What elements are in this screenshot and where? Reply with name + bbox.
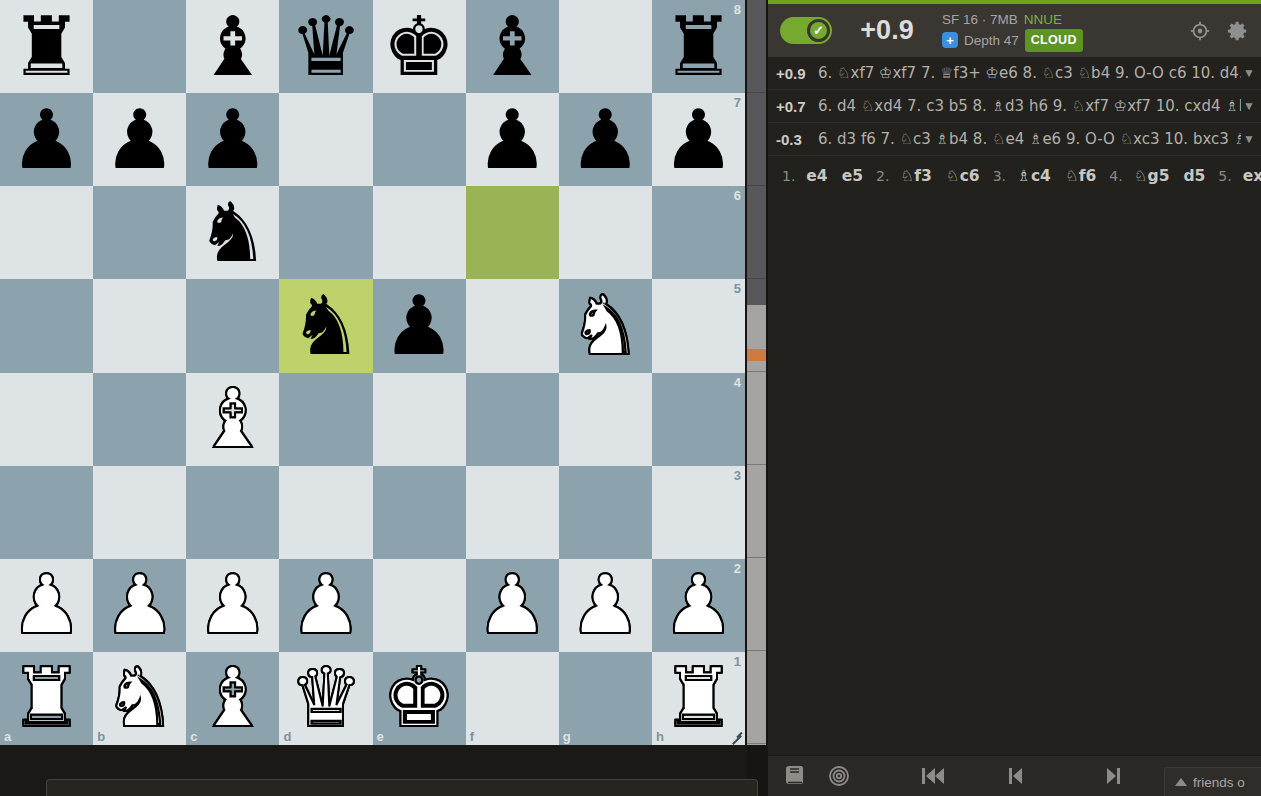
white-bishop[interactable]: ♝ <box>186 652 279 745</box>
white-knight[interactable]: ♞ <box>93 652 186 745</box>
fen-input[interactable] <box>46 779 758 796</box>
file-label-e: e <box>377 730 384 743</box>
pv-eval: +0.7 <box>776 98 810 115</box>
move-token[interactable]: ♘f3 <box>896 164 935 188</box>
square-e5[interactable]: ♟ <box>373 279 466 372</box>
square-e2[interactable] <box>373 559 466 652</box>
file-label-h: h <box>656 730 664 743</box>
pv-expand-icon[interactable]: ▼ <box>1243 66 1255 80</box>
square-g4[interactable] <box>559 373 652 466</box>
rank-label-7: 7 <box>734 96 741 109</box>
rank-label-3: 3 <box>734 469 741 482</box>
square-b5[interactable] <box>93 279 186 372</box>
file-label-d: d <box>283 730 291 743</box>
pv-moves[interactable]: 6. d3 f6 7. ♘c3 ♗b4 8. ♘e4 ♗e6 9. O-O ♘x… <box>818 130 1241 148</box>
pv-expand-icon[interactable]: ▼ <box>1243 132 1255 146</box>
black-knight[interactable]: ♞ <box>279 279 372 372</box>
square-f4[interactable] <box>466 373 559 466</box>
square-b7[interactable]: ♟ <box>93 93 186 186</box>
file-label-f: f <box>470 730 474 743</box>
black-knight[interactable]: ♞ <box>186 186 279 279</box>
square-e4[interactable] <box>373 373 466 466</box>
square-g2[interactable]: ♟ <box>559 559 652 652</box>
plus-icon[interactable]: + <box>942 32 958 48</box>
square-c5[interactable] <box>186 279 279 372</box>
white-bishop[interactable]: ♝ <box>186 373 279 466</box>
black-pawn[interactable]: ♟ <box>93 93 186 186</box>
rank-label-2: 2 <box>734 562 741 575</box>
square-b2[interactable]: ♟ <box>93 559 186 652</box>
square-d4[interactable] <box>279 373 372 466</box>
square-a5[interactable] <box>0 279 93 372</box>
white-pawn[interactable]: ♟ <box>652 559 745 652</box>
square-b8[interactable] <box>93 0 186 93</box>
square-f2[interactable]: ♟ <box>466 559 559 652</box>
pv-line-3[interactable]: -0.3 6. d3 f6 7. ♘c3 ♗b4 8. ♘e4 ♗e6 9. O… <box>768 123 1261 156</box>
board-resize-handle[interactable] <box>731 731 743 743</box>
move-token[interactable]: d5 <box>1179 164 1209 188</box>
rank-label-6: 6 <box>734 189 741 202</box>
square-g1[interactable]: g <box>559 652 652 745</box>
square-c3[interactable] <box>186 466 279 559</box>
move-token[interactable]: e4 <box>802 164 831 188</box>
square-h4[interactable]: 4 <box>652 373 745 466</box>
settings-gear-icon[interactable] <box>1227 20 1249 42</box>
analysis-app: ♜♝♛♚♝♜8♟♟♟♟♟♟7♞6♞♟♞5♝43♟♟♟♟♟♟♟2♜a♞b♝c♛d♚… <box>0 0 1261 796</box>
white-pawn[interactable]: ♟ <box>0 559 93 652</box>
square-d7[interactable] <box>279 93 372 186</box>
square-c1[interactable]: ♝c <box>186 652 279 745</box>
move-number: 1. <box>782 168 795 184</box>
move-token[interactable]: ♘g5 <box>1130 164 1174 188</box>
black-rook[interactable]: ♜ <box>652 0 745 93</box>
file-label-g: g <box>563 730 571 743</box>
square-b1[interactable]: ♞b <box>93 652 186 745</box>
move-token[interactable]: ♗c4 <box>1013 164 1055 188</box>
square-f5[interactable] <box>466 279 559 372</box>
square-h5[interactable]: 5 <box>652 279 745 372</box>
eval-gauge-ticks <box>747 0 766 745</box>
square-e3[interactable] <box>373 466 466 559</box>
file-label-b: b <box>97 730 105 743</box>
square-h2[interactable]: ♟2 <box>652 559 745 652</box>
white-pawn[interactable]: ♟ <box>466 559 559 652</box>
black-pawn[interactable]: ♟ <box>0 93 93 186</box>
square-d6[interactable] <box>279 186 372 279</box>
square-b3[interactable] <box>93 466 186 559</box>
white-pawn[interactable]: ♟ <box>93 559 186 652</box>
move-number: 3. <box>993 168 1006 184</box>
engine-header: ✓ +0.9 SF 16 · 7MBNNUE + Depth 47 CLOUD <box>768 4 1261 57</box>
black-king[interactable]: ♚ <box>373 0 466 93</box>
square-g6[interactable] <box>559 186 652 279</box>
white-pawn[interactable]: ♟ <box>279 559 372 652</box>
eval-gauge <box>747 0 766 745</box>
black-queen[interactable]: ♛ <box>279 0 372 93</box>
square-g3[interactable] <box>559 466 652 559</box>
pv-moves[interactable]: 6. d4 ♘xd4 7. c3 b5 8. ♗d3 h6 9. ♘xf7 ♔x… <box>818 97 1241 115</box>
black-pawn[interactable]: ♟ <box>373 279 466 372</box>
go-first-move-icon[interactable] <box>920 764 946 788</box>
chevron-up-icon <box>1175 778 1187 786</box>
white-knight[interactable]: ♞ <box>559 279 652 372</box>
opening-book-icon[interactable] <box>782 764 808 788</box>
square-c4[interactable]: ♝ <box>186 373 279 466</box>
go-previous-move-icon[interactable] <box>1002 764 1028 788</box>
square-e1[interactable]: ♚e <box>373 652 466 745</box>
rank-label-5: 5 <box>734 282 741 295</box>
engine-name: SF 16 · 7MB <box>942 12 1018 27</box>
black-bishop[interactable]: ♝ <box>186 0 279 93</box>
rank-label-8: 8 <box>734 3 741 16</box>
analysis-panel: ✓ +0.9 SF 16 · 7MBNNUE + Depth 47 CLOUD <box>768 0 1261 796</box>
engine-eval: +0.9 <box>832 15 942 46</box>
square-b6[interactable] <box>93 186 186 279</box>
pv-moves[interactable]: 6. ♘xf7 ♔xf7 7. ♕f3+ ♔e6 8. ♘c3 ♘b4 9. O… <box>818 64 1241 82</box>
move-token[interactable]: ♘f6 <box>1061 164 1100 188</box>
engine-toggle[interactable]: ✓ <box>780 17 832 44</box>
black-pawn[interactable]: ♟ <box>466 93 559 186</box>
square-f3[interactable] <box>466 466 559 559</box>
square-a7[interactable]: ♟ <box>0 93 93 186</box>
cloud-badge: CLOUD <box>1025 29 1083 52</box>
under-board-area <box>0 745 747 796</box>
black-pawn[interactable]: ♟ <box>559 93 652 186</box>
pv-eval: +0.9 <box>776 65 810 82</box>
pv-line-1[interactable]: +0.9 6. ♘xf7 ♔xf7 7. ♕f3+ ♔e6 8. ♘c3 ♘b4… <box>768 57 1261 90</box>
square-d5[interactable]: ♞ <box>279 279 372 372</box>
move-list: 1.e4e52.♘f3♘c63.♗c4♘f64.♘g5d55.exd5♘xd5 <box>768 156 1261 196</box>
square-h3[interactable]: 3 <box>652 466 745 559</box>
eval-gauge-zero-tick <box>747 349 766 361</box>
square-c8[interactable]: ♝ <box>186 0 279 93</box>
friends-popup-label: friends o <box>1193 775 1245 790</box>
file-label-a: a <box>4 730 11 743</box>
rank-label-4: 4 <box>734 376 741 389</box>
pv-expand-icon[interactable]: ▼ <box>1243 99 1255 113</box>
move-number: 4. <box>1109 168 1122 184</box>
square-a2[interactable]: ♟ <box>0 559 93 652</box>
square-e7[interactable] <box>373 93 466 186</box>
move-token[interactable]: e5 <box>838 164 867 188</box>
rank-label-1: 1 <box>734 655 741 668</box>
square-a3[interactable] <box>0 466 93 559</box>
chess-board: ♜♝♛♚♝♜8♟♟♟♟♟♟7♞6♞♟♞5♝43♟♟♟♟♟♟♟2♜a♞b♝c♛d♚… <box>0 0 745 745</box>
move-token[interactable]: exd5 <box>1239 164 1261 188</box>
square-a6[interactable] <box>0 186 93 279</box>
square-b4[interactable] <box>93 373 186 466</box>
square-g5[interactable]: ♞ <box>559 279 652 372</box>
gyre-circles-icon[interactable] <box>826 764 852 788</box>
white-queen[interactable]: ♛ <box>279 652 372 745</box>
square-d3[interactable] <box>279 466 372 559</box>
square-d2[interactable]: ♟ <box>279 559 372 652</box>
black-pawn[interactable]: ♟ <box>186 93 279 186</box>
engine-meta: SF 16 · 7MBNNUE + Depth 47 CLOUD <box>942 10 1083 52</box>
engine-depth: Depth 47 <box>964 31 1019 50</box>
move-token[interactable]: ♘c6 <box>942 164 984 188</box>
white-king[interactable]: ♚ <box>373 652 466 745</box>
square-f8[interactable]: ♝ <box>466 0 559 93</box>
square-a4[interactable] <box>0 373 93 466</box>
black-pawn[interactable]: ♟ <box>652 93 745 186</box>
square-h8[interactable]: ♜8 <box>652 0 745 93</box>
square-f1[interactable]: f <box>466 652 559 745</box>
square-d1[interactable]: ♛d <box>279 652 372 745</box>
square-g7[interactable]: ♟ <box>559 93 652 186</box>
square-h6[interactable]: 6 <box>652 186 745 279</box>
white-rook[interactable]: ♜ <box>0 652 93 745</box>
square-c2[interactable]: ♟ <box>186 559 279 652</box>
black-bishop[interactable]: ♝ <box>466 0 559 93</box>
file-label-c: c <box>190 730 197 743</box>
friends-online-popup[interactable]: friends o <box>1164 767 1261 796</box>
square-a8[interactable]: ♜ <box>0 0 93 93</box>
black-rook[interactable]: ♜ <box>0 0 93 93</box>
square-c6[interactable]: ♞ <box>186 186 279 279</box>
white-pawn[interactable]: ♟ <box>559 559 652 652</box>
engine-toggle-check-icon: ✓ <box>807 19 830 42</box>
move-number: 5. <box>1218 168 1231 184</box>
move-number: 2. <box>876 168 889 184</box>
square-h7[interactable]: ♟7 <box>652 93 745 186</box>
practice-target-icon[interactable] <box>1189 20 1211 42</box>
engine-nnue-label: NNUE <box>1024 12 1062 27</box>
pv-line-2[interactable]: +0.7 6. d4 ♘xd4 7. c3 b5 8. ♗d3 h6 9. ♘x… <box>768 90 1261 123</box>
square-c7[interactable]: ♟ <box>186 93 279 186</box>
square-f7[interactable]: ♟ <box>466 93 559 186</box>
pv-eval: -0.3 <box>776 131 810 148</box>
square-d8[interactable]: ♛ <box>279 0 372 93</box>
white-pawn[interactable]: ♟ <box>186 559 279 652</box>
square-e6[interactable] <box>373 186 466 279</box>
square-e8[interactable]: ♚ <box>373 0 466 93</box>
go-next-move-icon[interactable] <box>1100 764 1126 788</box>
square-g8[interactable] <box>559 0 652 93</box>
square-a1[interactable]: ♜a <box>0 652 93 745</box>
square-f6[interactable] <box>466 186 559 279</box>
